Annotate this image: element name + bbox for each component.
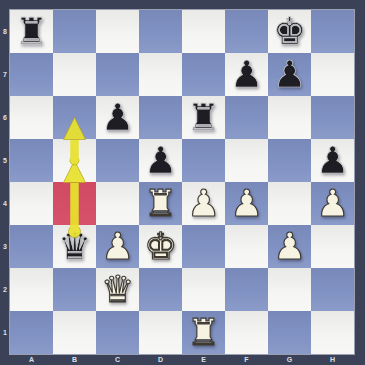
piece-wP-g3[interactable]: ♟ bbox=[273, 228, 306, 265]
square-c2[interactable]: ♛ bbox=[96, 268, 139, 311]
piece-bP-f7[interactable]: ♟ bbox=[230, 56, 263, 93]
square-d2[interactable] bbox=[139, 268, 182, 311]
rank-label-7: 7 bbox=[0, 53, 10, 96]
square-a5[interactable] bbox=[10, 139, 53, 182]
file-label-H: H bbox=[311, 353, 354, 365]
square-f3[interactable] bbox=[225, 225, 268, 268]
square-f6[interactable] bbox=[225, 96, 268, 139]
square-b4[interactable] bbox=[53, 182, 96, 225]
square-b3[interactable]: ♛ bbox=[53, 225, 96, 268]
square-e7[interactable] bbox=[182, 53, 225, 96]
square-e5[interactable] bbox=[182, 139, 225, 182]
rank-label-8: 8 bbox=[0, 10, 10, 53]
rank-label-4: 4 bbox=[0, 182, 10, 225]
piece-wQ-c2[interactable]: ♛ bbox=[101, 271, 134, 308]
piece-wP-e4[interactable]: ♟ bbox=[187, 185, 220, 222]
square-h4[interactable]: ♟ bbox=[311, 182, 354, 225]
piece-bR-e6[interactable]: ♜ bbox=[187, 99, 220, 136]
file-label-D: D bbox=[139, 353, 182, 365]
square-d6[interactable] bbox=[139, 96, 182, 139]
piece-wK-d3[interactable]: ♚ bbox=[144, 228, 177, 265]
file-label-G: G bbox=[268, 353, 311, 365]
piece-bK-g8[interactable]: ♚ bbox=[273, 13, 306, 50]
square-b1[interactable] bbox=[53, 311, 96, 354]
piece-bQ-b3[interactable]: ♛ bbox=[58, 228, 91, 265]
square-b8[interactable] bbox=[53, 10, 96, 53]
square-a1[interactable] bbox=[10, 311, 53, 354]
rank-label-5: 5 bbox=[0, 139, 10, 182]
rank-label-3: 3 bbox=[0, 225, 10, 268]
square-f4[interactable]: ♟ bbox=[225, 182, 268, 225]
square-h5[interactable]: ♟ bbox=[311, 139, 354, 182]
square-a7[interactable] bbox=[10, 53, 53, 96]
square-b2[interactable] bbox=[53, 268, 96, 311]
square-f5[interactable] bbox=[225, 139, 268, 182]
square-g2[interactable] bbox=[268, 268, 311, 311]
piece-wP-c3[interactable]: ♟ bbox=[101, 228, 134, 265]
square-a2[interactable] bbox=[10, 268, 53, 311]
rank-label-1: 1 bbox=[0, 311, 10, 354]
square-e2[interactable] bbox=[182, 268, 225, 311]
rank-label-6: 6 bbox=[0, 96, 10, 139]
square-e3[interactable] bbox=[182, 225, 225, 268]
square-e1[interactable]: ♜ bbox=[182, 311, 225, 354]
square-f7[interactable]: ♟ bbox=[225, 53, 268, 96]
file-label-A: A bbox=[10, 353, 53, 365]
chess-board: ♜♚♟♟♟♜♟♟♜♟♟♟♛♟♚♟♛♜ bbox=[10, 10, 354, 354]
square-h6[interactable] bbox=[311, 96, 354, 139]
piece-bP-c6[interactable]: ♟ bbox=[101, 99, 134, 136]
square-a8[interactable]: ♜ bbox=[10, 10, 53, 53]
rank-label-2: 2 bbox=[0, 268, 10, 311]
piece-wP-h4[interactable]: ♟ bbox=[316, 185, 349, 222]
square-d5[interactable]: ♟ bbox=[139, 139, 182, 182]
square-h2[interactable] bbox=[311, 268, 354, 311]
square-h3[interactable] bbox=[311, 225, 354, 268]
file-label-E: E bbox=[182, 353, 225, 365]
file-label-B: B bbox=[53, 353, 96, 365]
square-a3[interactable] bbox=[10, 225, 53, 268]
piece-wR-d4[interactable]: ♜ bbox=[144, 185, 177, 222]
file-label-F: F bbox=[225, 353, 268, 365]
square-b6[interactable] bbox=[53, 96, 96, 139]
square-c8[interactable] bbox=[96, 10, 139, 53]
square-g6[interactable] bbox=[268, 96, 311, 139]
square-h8[interactable] bbox=[311, 10, 354, 53]
square-e4[interactable]: ♟ bbox=[182, 182, 225, 225]
piece-bP-g7[interactable]: ♟ bbox=[273, 56, 306, 93]
square-f2[interactable] bbox=[225, 268, 268, 311]
square-g7[interactable]: ♟ bbox=[268, 53, 311, 96]
square-h1[interactable] bbox=[311, 311, 354, 354]
piece-bP-h5[interactable]: ♟ bbox=[316, 142, 349, 179]
square-h7[interactable] bbox=[311, 53, 354, 96]
piece-bP-d5[interactable]: ♟ bbox=[144, 142, 177, 179]
piece-wR-e1[interactable]: ♜ bbox=[187, 314, 220, 351]
square-g4[interactable] bbox=[268, 182, 311, 225]
square-c5[interactable] bbox=[96, 139, 139, 182]
square-d8[interactable] bbox=[139, 10, 182, 53]
square-d1[interactable] bbox=[139, 311, 182, 354]
file-label-C: C bbox=[96, 353, 139, 365]
square-f1[interactable] bbox=[225, 311, 268, 354]
square-f8[interactable] bbox=[225, 10, 268, 53]
square-b5[interactable] bbox=[53, 139, 96, 182]
square-c1[interactable] bbox=[96, 311, 139, 354]
square-g3[interactable]: ♟ bbox=[268, 225, 311, 268]
square-e6[interactable]: ♜ bbox=[182, 96, 225, 139]
square-a4[interactable] bbox=[10, 182, 53, 225]
square-g1[interactable] bbox=[268, 311, 311, 354]
square-d7[interactable] bbox=[139, 53, 182, 96]
square-c4[interactable] bbox=[96, 182, 139, 225]
piece-bR-a8[interactable]: ♜ bbox=[15, 13, 48, 50]
square-a6[interactable] bbox=[10, 96, 53, 139]
square-b7[interactable] bbox=[53, 53, 96, 96]
square-d3[interactable]: ♚ bbox=[139, 225, 182, 268]
piece-wP-f4[interactable]: ♟ bbox=[230, 185, 263, 222]
square-e8[interactable] bbox=[182, 10, 225, 53]
square-c7[interactable] bbox=[96, 53, 139, 96]
square-c6[interactable]: ♟ bbox=[96, 96, 139, 139]
square-g5[interactable] bbox=[268, 139, 311, 182]
chess-board-frame: ♜♚♟♟♟♜♟♟♜♟♟♟♛♟♚♟♛♜ 87654321 ABCDEFGH bbox=[0, 0, 365, 365]
square-d4[interactable]: ♜ bbox=[139, 182, 182, 225]
square-g8[interactable]: ♚ bbox=[268, 10, 311, 53]
square-c3[interactable]: ♟ bbox=[96, 225, 139, 268]
